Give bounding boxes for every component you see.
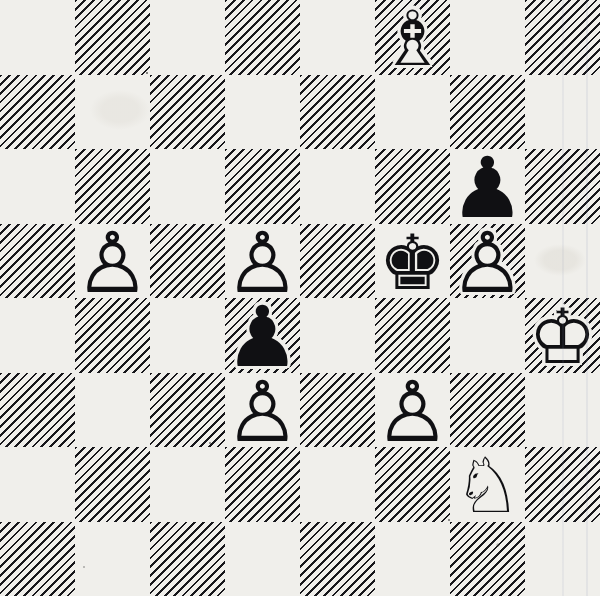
square-b7[interactable] [75, 75, 150, 150]
square-g1[interactable] [450, 522, 525, 596]
white-pawn-glyph: ♙ [225, 369, 300, 453]
square-h3[interactable] [525, 373, 600, 448]
piece-white-pawn-b5[interactable]: ♟♙ [75, 224, 150, 299]
square-b1[interactable] [75, 522, 150, 596]
square-c6[interactable] [150, 149, 225, 224]
square-f7[interactable] [375, 75, 450, 150]
square-c2[interactable] [150, 447, 225, 522]
white-pawn-glyph: ♙ [375, 369, 450, 453]
piece-black-pawn-d4[interactable]: ♟♟ [225, 298, 300, 373]
square-g5[interactable]: ♟♙ [450, 224, 525, 299]
square-d6[interactable] [225, 149, 300, 224]
square-g2[interactable]: ♞♘ [450, 447, 525, 522]
square-f3[interactable]: ♟♙ [375, 373, 450, 448]
square-a6[interactable] [0, 149, 75, 224]
piece-white-king-h4[interactable]: ♚♔ [525, 298, 600, 373]
square-g8[interactable] [450, 0, 525, 75]
square-a3[interactable] [0, 373, 75, 448]
square-d4[interactable]: ♟♟ [225, 298, 300, 373]
square-a8[interactable] [0, 0, 75, 75]
white-pawn-glyph: ♙ [75, 220, 150, 304]
square-d7[interactable] [225, 75, 300, 150]
square-f6[interactable] [375, 149, 450, 224]
square-e5[interactable] [300, 224, 375, 299]
square-e1[interactable] [300, 522, 375, 596]
square-g3[interactable] [450, 373, 525, 448]
square-f8[interactable]: ♝♗ [375, 0, 450, 75]
white-bishop-glyph: ♗ [378, 1, 446, 77]
square-h6[interactable] [525, 149, 600, 224]
square-h1[interactable] [525, 522, 600, 596]
square-b5[interactable]: ♟♙ [75, 224, 150, 299]
square-h4[interactable]: ♚♔ [525, 298, 600, 373]
square-f4[interactable] [375, 298, 450, 373]
square-h8[interactable] [525, 0, 600, 75]
square-e8[interactable] [300, 0, 375, 75]
square-b6[interactable] [75, 149, 150, 224]
square-a4[interactable] [0, 298, 75, 373]
square-c1[interactable] [150, 522, 225, 596]
square-f5[interactable]: ♚♚ [375, 224, 450, 299]
piece-white-pawn-d3[interactable]: ♟♙ [225, 373, 300, 448]
piece-white-pawn-g5[interactable]: ♟♙ [450, 224, 525, 299]
square-d3[interactable]: ♟♙ [225, 373, 300, 448]
square-e3[interactable] [300, 373, 375, 448]
square-a2[interactable] [0, 447, 75, 522]
square-f1[interactable] [375, 522, 450, 596]
square-e2[interactable] [300, 447, 375, 522]
piece-black-king-f5[interactable]: ♚♚ [375, 224, 450, 299]
square-g6[interactable]: ♟♟ [450, 149, 525, 224]
piece-white-bishop-f8[interactable]: ♝♗ [375, 0, 450, 75]
white-knight-glyph: ♘ [453, 448, 521, 524]
white-king-glyph: ♔ [528, 299, 596, 375]
square-g7[interactable] [450, 75, 525, 150]
square-c3[interactable] [150, 373, 225, 448]
piece-black-pawn-g6[interactable]: ♟♟ [450, 149, 525, 224]
square-b2[interactable] [75, 447, 150, 522]
square-a1[interactable] [0, 522, 75, 596]
white-pawn-glyph: ♙ [450, 220, 525, 304]
piece-white-pawn-d5[interactable]: ♟♙ [225, 224, 300, 299]
chess-board: ♝♗♟♟♟♙♟♙♚♚♟♙♟♟♚♔♟♙♟♙♞♘ [0, 0, 600, 596]
square-d8[interactable] [225, 0, 300, 75]
black-king-glyph: ♚ [378, 224, 446, 300]
square-h7[interactable] [525, 75, 600, 150]
square-h2[interactable] [525, 447, 600, 522]
square-e7[interactable] [300, 75, 375, 150]
square-a5[interactable] [0, 224, 75, 299]
square-e6[interactable] [300, 149, 375, 224]
square-c4[interactable] [150, 298, 225, 373]
square-c5[interactable] [150, 224, 225, 299]
square-d5[interactable]: ♟♙ [225, 224, 300, 299]
piece-white-knight-g2[interactable]: ♞♘ [450, 447, 525, 522]
square-h5[interactable] [525, 224, 600, 299]
piece-white-pawn-f3[interactable]: ♟♙ [375, 373, 450, 448]
square-b3[interactable] [75, 373, 150, 448]
square-a7[interactable] [0, 75, 75, 150]
square-e4[interactable] [300, 298, 375, 373]
square-d1[interactable] [225, 522, 300, 596]
square-b8[interactable] [75, 0, 150, 75]
square-c8[interactable] [150, 0, 225, 75]
square-c7[interactable] [150, 75, 225, 150]
